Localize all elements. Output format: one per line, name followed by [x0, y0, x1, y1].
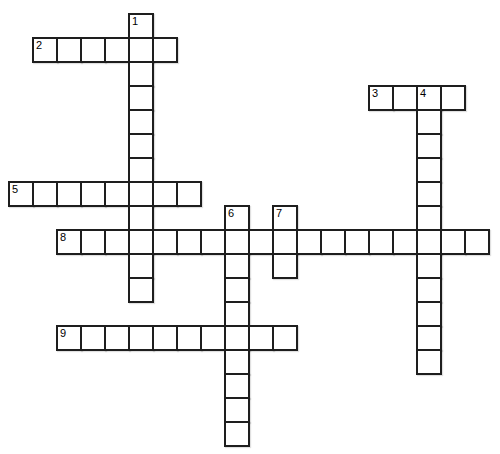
- crossword-cell[interactable]: [128, 133, 154, 159]
- crossword-cell[interactable]: [128, 205, 154, 231]
- crossword-cell[interactable]: [296, 229, 322, 255]
- crossword-grid: 123456789: [9, 14, 489, 446]
- crossword-cell[interactable]: [416, 325, 442, 351]
- crossword-cell[interactable]: [200, 229, 226, 255]
- crossword-cell[interactable]: 6: [224, 205, 250, 231]
- crossword-cell[interactable]: [152, 37, 178, 63]
- crossword-cell[interactable]: [416, 301, 442, 327]
- crossword-cell[interactable]: [416, 133, 442, 159]
- crossword-cell[interactable]: [416, 181, 442, 207]
- crossword-cell[interactable]: 1: [128, 13, 154, 39]
- crossword-cell[interactable]: 5: [8, 181, 34, 207]
- crossword-cell[interactable]: [392, 229, 418, 255]
- crossword-cell[interactable]: [128, 85, 154, 111]
- crossword-cell[interactable]: [128, 37, 154, 63]
- crossword-cell[interactable]: [176, 325, 202, 351]
- crossword-cell[interactable]: 3: [368, 85, 394, 111]
- crossword-cell[interactable]: [80, 325, 106, 351]
- crossword-cell[interactable]: [128, 325, 154, 351]
- clue-number: 1: [132, 15, 138, 27]
- crossword-cell[interactable]: [272, 325, 298, 351]
- clue-number: 6: [228, 207, 234, 219]
- crossword-cell[interactable]: [224, 397, 250, 423]
- crossword-page: 123456789: [0, 0, 500, 454]
- clue-number: 7: [276, 207, 282, 219]
- crossword-cell[interactable]: [416, 205, 442, 231]
- crossword-cell[interactable]: [224, 421, 250, 447]
- crossword-cell[interactable]: [56, 181, 82, 207]
- crossword-cell[interactable]: [224, 373, 250, 399]
- clue-number: 8: [60, 231, 66, 243]
- crossword-cell[interactable]: [104, 325, 130, 351]
- crossword-cell[interactable]: [200, 325, 226, 351]
- crossword-cell[interactable]: [224, 349, 250, 375]
- clue-number: 4: [420, 87, 426, 99]
- crossword-cell[interactable]: [344, 229, 370, 255]
- crossword-cell[interactable]: [440, 229, 466, 255]
- crossword-cell[interactable]: [224, 301, 250, 327]
- crossword-cell[interactable]: [32, 181, 58, 207]
- crossword-cell[interactable]: [152, 229, 178, 255]
- crossword-cell[interactable]: [224, 325, 250, 351]
- crossword-cell[interactable]: [272, 229, 298, 255]
- crossword-cell[interactable]: [320, 229, 346, 255]
- clue-number: 9: [60, 327, 66, 339]
- crossword-cell[interactable]: [416, 349, 442, 375]
- clue-number: 2: [36, 39, 42, 51]
- crossword-cell[interactable]: [128, 61, 154, 87]
- crossword-cell[interactable]: 9: [56, 325, 82, 351]
- crossword-cell[interactable]: [224, 229, 250, 255]
- crossword-cell[interactable]: [152, 181, 178, 207]
- crossword-cell[interactable]: [224, 253, 250, 279]
- crossword-cell[interactable]: [464, 229, 490, 255]
- crossword-cell[interactable]: [392, 85, 418, 111]
- crossword-cell[interactable]: [416, 229, 442, 255]
- crossword-cell[interactable]: [416, 277, 442, 303]
- crossword-cell[interactable]: [104, 181, 130, 207]
- crossword-cell[interactable]: 2: [32, 37, 58, 63]
- crossword-cell[interactable]: [80, 181, 106, 207]
- crossword-cell[interactable]: [176, 229, 202, 255]
- crossword-cell[interactable]: [80, 37, 106, 63]
- crossword-cell[interactable]: [128, 157, 154, 183]
- crossword-cell[interactable]: 4: [416, 85, 442, 111]
- crossword-cell[interactable]: [416, 253, 442, 279]
- crossword-cell[interactable]: [128, 109, 154, 135]
- crossword-cell[interactable]: [104, 37, 130, 63]
- crossword-cell[interactable]: [104, 229, 130, 255]
- clue-number: 3: [372, 87, 378, 99]
- crossword-cell[interactable]: [128, 253, 154, 279]
- crossword-cell[interactable]: [272, 253, 298, 279]
- crossword-cell[interactable]: [440, 85, 466, 111]
- crossword-cell[interactable]: [128, 277, 154, 303]
- crossword-cell[interactable]: [224, 277, 250, 303]
- crossword-cell[interactable]: [248, 325, 274, 351]
- crossword-cell[interactable]: [416, 109, 442, 135]
- crossword-cell[interactable]: [416, 157, 442, 183]
- crossword-cell[interactable]: [128, 181, 154, 207]
- crossword-cell[interactable]: [368, 229, 394, 255]
- crossword-cell[interactable]: [56, 37, 82, 63]
- crossword-cell[interactable]: [152, 325, 178, 351]
- crossword-cell[interactable]: [176, 181, 202, 207]
- crossword-cell[interactable]: [80, 229, 106, 255]
- clue-number: 5: [12, 183, 18, 195]
- crossword-cell[interactable]: [128, 229, 154, 255]
- crossword-cell[interactable]: 8: [56, 229, 82, 255]
- crossword-cell[interactable]: 7: [272, 205, 298, 231]
- crossword-cell[interactable]: [248, 229, 274, 255]
